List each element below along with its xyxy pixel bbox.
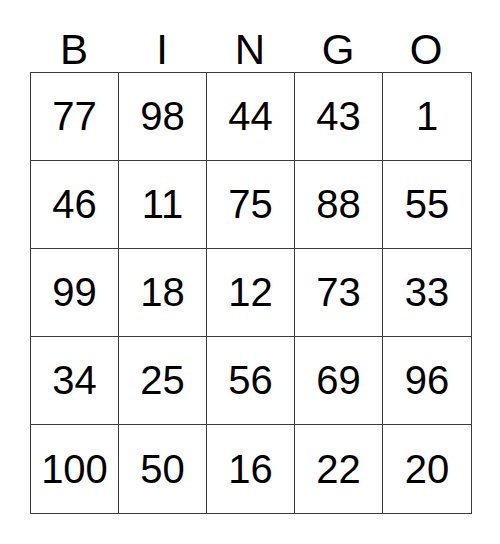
bingo-grid: 77 98 44 43 1 46 11 75 88 55 99 18 12 73… <box>30 72 472 514</box>
cell-r2c5[interactable]: 55 <box>383 161 471 249</box>
cell-r4c4[interactable]: 69 <box>295 337 383 425</box>
cell-r1c1[interactable]: 77 <box>31 73 119 161</box>
cell-r1c4[interactable]: 43 <box>295 73 383 161</box>
cell-r4c3[interactable]: 56 <box>207 337 295 425</box>
header-letter-g: G <box>294 0 382 72</box>
cell-r5c1[interactable]: 100 <box>31 425 119 513</box>
cell-r5c3[interactable]: 16 <box>207 425 295 513</box>
cell-r2c4[interactable]: 88 <box>295 161 383 249</box>
header-letter-b: B <box>30 0 118 72</box>
cell-r2c2[interactable]: 11 <box>119 161 207 249</box>
header-letter-n: N <box>206 0 294 72</box>
header-letter-i: I <box>118 0 206 72</box>
bingo-card: B I N G O 77 98 44 43 1 46 11 75 88 55 9… <box>30 0 472 514</box>
cell-r5c5[interactable]: 20 <box>383 425 471 513</box>
cell-r5c4[interactable]: 22 <box>295 425 383 513</box>
cell-r1c5[interactable]: 1 <box>383 73 471 161</box>
cell-r2c3[interactable]: 75 <box>207 161 295 249</box>
cell-r3c1[interactable]: 99 <box>31 249 119 337</box>
cell-r4c1[interactable]: 34 <box>31 337 119 425</box>
cell-r2c1[interactable]: 46 <box>31 161 119 249</box>
cell-r1c3[interactable]: 44 <box>207 73 295 161</box>
cell-r3c2[interactable]: 18 <box>119 249 207 337</box>
cell-r3c3[interactable]: 12 <box>207 249 295 337</box>
cell-r5c2[interactable]: 50 <box>119 425 207 513</box>
cell-r3c5[interactable]: 33 <box>383 249 471 337</box>
bingo-header: B I N G O <box>30 0 472 72</box>
cell-r4c5[interactable]: 96 <box>383 337 471 425</box>
cell-r4c2[interactable]: 25 <box>119 337 207 425</box>
cell-r1c2[interactable]: 98 <box>119 73 207 161</box>
header-letter-o: O <box>382 0 470 72</box>
cell-r3c4[interactable]: 73 <box>295 249 383 337</box>
